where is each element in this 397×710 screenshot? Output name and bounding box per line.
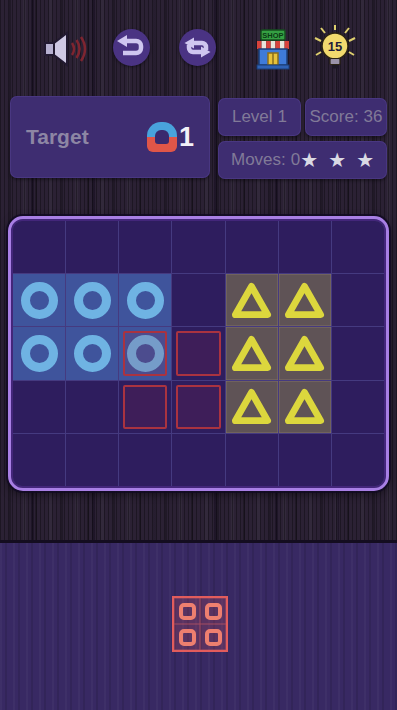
piece-tray xyxy=(0,540,397,710)
star-icon: ★ xyxy=(356,150,374,170)
board-cell[interactable] xyxy=(332,274,384,326)
board-cell[interactable] xyxy=(226,381,278,433)
board-cell[interactable] xyxy=(13,434,65,486)
score-panel: Score: 36 xyxy=(305,98,387,136)
hints-count: 15 xyxy=(328,39,342,54)
target-shape-icon xyxy=(147,122,177,152)
yellow-triangle-shape xyxy=(283,281,326,320)
board-cell[interactable] xyxy=(172,221,224,273)
sound-icon[interactable] xyxy=(42,30,88,68)
moves-value: 0 xyxy=(291,150,300,170)
piece-placement-ghost xyxy=(176,331,220,375)
blue-circle-shape xyxy=(74,282,111,319)
game-screen: SHOP 15 Target xyxy=(0,0,397,710)
restart-icon xyxy=(179,29,216,66)
yellow-triangle-shape xyxy=(283,334,326,373)
board-cell[interactable] xyxy=(279,221,331,273)
shop-awning xyxy=(257,41,289,49)
board-cell[interactable] xyxy=(13,274,65,326)
red-square-shape xyxy=(205,603,222,620)
piece-cell xyxy=(174,598,200,624)
target-label: Target xyxy=(26,125,89,149)
blue-circle-shape xyxy=(21,282,58,319)
blue-circle-shape xyxy=(127,282,164,319)
board-cell[interactable] xyxy=(119,221,171,273)
board-cell[interactable] xyxy=(66,221,118,273)
board-cell[interactable] xyxy=(66,327,118,379)
game-board xyxy=(8,216,389,491)
piece-cell xyxy=(174,624,200,650)
board-cell[interactable] xyxy=(226,327,278,379)
undo-button[interactable] xyxy=(113,29,150,66)
red-square-shape xyxy=(179,629,196,646)
blue-circle-shape xyxy=(74,335,111,372)
piece-cell xyxy=(200,598,226,624)
red-square-shape xyxy=(179,603,196,620)
board-cell[interactable] xyxy=(66,381,118,433)
board-cell[interactable] xyxy=(66,434,118,486)
shop-sign-label: SHOP xyxy=(262,31,283,40)
board-cell[interactable] xyxy=(13,381,65,433)
score-label: Score: xyxy=(309,107,358,127)
undo-icon xyxy=(113,29,150,66)
board-cell[interactable] xyxy=(332,434,384,486)
star-icon: ★ xyxy=(300,150,318,170)
board-cell[interactable] xyxy=(119,434,171,486)
target-count: 1 xyxy=(179,122,194,153)
tray-piece-2x2[interactable] xyxy=(172,596,228,652)
board-cell[interactable] xyxy=(226,274,278,326)
piece-placement-ghost xyxy=(123,331,167,375)
board-cell[interactable] xyxy=(119,274,171,326)
board-cell[interactable] xyxy=(172,274,224,326)
board-cell[interactable] xyxy=(332,221,384,273)
board-cell[interactable] xyxy=(279,434,331,486)
target-panel: Target 1 xyxy=(10,96,210,178)
level-panel: Level 1 xyxy=(218,98,301,136)
board-cell[interactable] xyxy=(279,381,331,433)
score-value: 36 xyxy=(364,107,383,127)
board-cell[interactable] xyxy=(279,327,331,379)
board-cell[interactable] xyxy=(66,274,118,326)
board-cell[interactable] xyxy=(172,327,224,379)
moves-label: Moves: xyxy=(231,150,286,170)
board-cell[interactable] xyxy=(332,381,384,433)
yellow-triangle-shape xyxy=(230,334,273,373)
star-icon: ★ xyxy=(328,150,346,170)
blue-circle-shape xyxy=(21,335,58,372)
board-cell[interactable] xyxy=(172,434,224,486)
piece-placement-ghost xyxy=(176,385,220,429)
level-label: Level xyxy=(232,107,273,127)
board-cell[interactable] xyxy=(226,434,278,486)
board-grid xyxy=(13,221,384,486)
board-cell[interactable] xyxy=(279,274,331,326)
board-cell[interactable] xyxy=(172,381,224,433)
moves-panel: Moves: 0 ★★★ xyxy=(218,141,387,179)
stars-rating: ★★★ xyxy=(300,150,374,170)
board-cell[interactable] xyxy=(119,327,171,379)
shop-button[interactable]: SHOP xyxy=(250,28,296,72)
board-cell[interactable] xyxy=(13,221,65,273)
piece-placement-ghost xyxy=(123,385,167,429)
board-cell[interactable] xyxy=(332,327,384,379)
board-cell[interactable] xyxy=(119,381,171,433)
board-cell[interactable] xyxy=(226,221,278,273)
yellow-triangle-shape xyxy=(283,387,326,426)
level-value: 1 xyxy=(278,107,287,127)
board-cell[interactable] xyxy=(13,327,65,379)
yellow-triangle-shape xyxy=(230,387,273,426)
hint-bulb-button[interactable]: 15 xyxy=(313,24,357,74)
restart-button[interactable] xyxy=(179,29,216,66)
piece-cell xyxy=(200,624,226,650)
yellow-triangle-shape xyxy=(230,281,273,320)
red-square-shape xyxy=(205,629,222,646)
